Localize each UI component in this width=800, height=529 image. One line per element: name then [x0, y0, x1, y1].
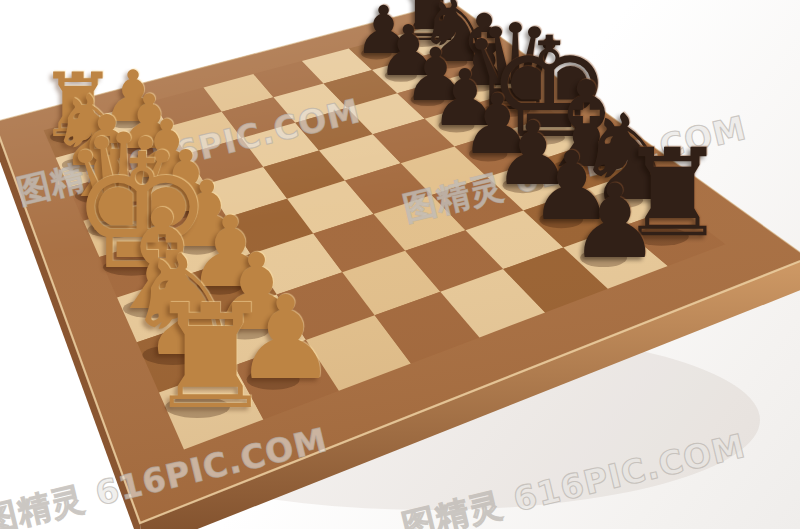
white-rook-h1[interactable]: ♜ [146, 285, 275, 429]
chess-set-photo: ♜♟♞♟♝♟♛♟♟♜♚♟♟♞♝♟♟♝♞♟♟♛♜♟♟♚♟♝♟♞♟♜ 图精灵 616… [0, 0, 800, 529]
pieces-layer: ♜♟♞♟♝♟♛♟♟♜♚♟♟♞♝♟♟♝♞♟♟♛♜♟♟♚♟♝♟♞♟♜ [0, 0, 800, 529]
black-pawn-h7[interactable]: ♟ [569, 171, 660, 273]
